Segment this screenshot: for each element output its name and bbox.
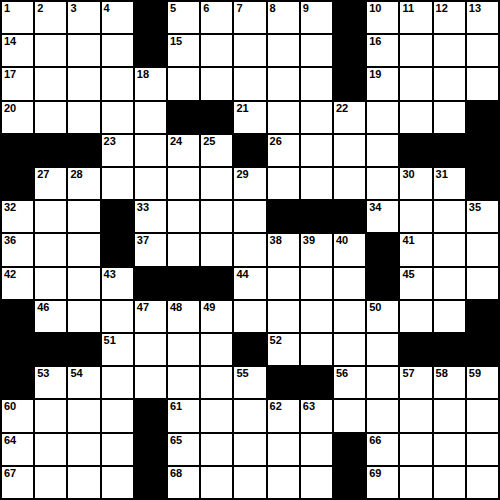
block-cell-r8c12 [367, 234, 398, 265]
grid-cell-r7c14[interactable] [434, 201, 465, 232]
grid-cell-r3c8[interactable] [234, 68, 265, 99]
grid-cell-r13c2[interactable] [35, 400, 66, 431]
block-cell-r11c15 [467, 334, 498, 365]
grid-cell-r9c10[interactable] [301, 268, 332, 299]
grid-cell-r2c1[interactable]: 14 [2, 35, 33, 66]
grid-cell-r3c6[interactable] [168, 68, 199, 99]
grid-cell-r4c2[interactable] [35, 102, 66, 133]
grid-cell-r1c6[interactable]: 5 [168, 2, 199, 33]
clue-number-62: 62 [270, 401, 282, 412]
grid-cell-r12c12[interactable] [367, 367, 398, 398]
grid-cell-r4c10[interactable] [301, 102, 332, 133]
grid-cell-r13c11[interactable] [334, 400, 365, 431]
grid-cell-r3c14[interactable] [434, 68, 465, 99]
block-cell-r6c15 [467, 168, 498, 199]
grid-cell-r7c1[interactable]: 32 [2, 201, 33, 232]
clue-number-7: 7 [236, 3, 242, 14]
grid-cell-r10c2[interactable]: 46 [35, 301, 66, 332]
grid-cell-r2c6[interactable]: 15 [168, 35, 199, 66]
clue-number-22: 22 [336, 103, 348, 114]
grid-cell-r10c11[interactable] [334, 301, 365, 332]
grid-cell-r10c9[interactable] [268, 301, 299, 332]
block-cell-r4c6 [168, 102, 199, 133]
clue-number-34: 34 [369, 202, 381, 213]
block-cell-r5c14 [434, 135, 465, 166]
clue-number-49: 49 [203, 302, 215, 313]
grid-cell-r8c6[interactable] [168, 234, 199, 265]
grid-cell-r11c10[interactable] [301, 334, 332, 365]
grid-cell-r6c13[interactable]: 30 [400, 168, 431, 199]
grid-cell-r8c1[interactable]: 36 [2, 234, 33, 265]
grid-cell-r13c7[interactable] [201, 400, 232, 431]
grid-cell-r5c11[interactable] [334, 135, 365, 166]
grid-cell-r2c7[interactable] [201, 35, 232, 66]
grid-cell-r14c8[interactable] [234, 434, 265, 465]
clue-number-68: 68 [170, 468, 182, 479]
grid-cell-r9c8[interactable]: 44 [234, 268, 265, 299]
clue-number-53: 53 [37, 368, 49, 379]
grid-cell-r8c9[interactable]: 38 [268, 234, 299, 265]
block-cell-r15c11 [334, 467, 365, 498]
grid-cell-r12c4[interactable] [102, 367, 133, 398]
grid-cell-r1c9[interactable]: 8 [268, 2, 299, 33]
block-cell-r7c11 [334, 201, 365, 232]
block-cell-r9c5 [135, 268, 166, 299]
clue-number-5: 5 [170, 3, 176, 14]
grid-cell-r3c4[interactable] [102, 68, 133, 99]
grid-cell-r13c8[interactable] [234, 400, 265, 431]
crossword-board: 1234567891011121314151617181920212223242… [0, 0, 500, 500]
grid-cell-r3c13[interactable] [400, 68, 431, 99]
clue-number-4: 4 [104, 3, 110, 14]
clue-number-61: 61 [170, 401, 182, 412]
grid-cell-r4c9[interactable] [268, 102, 299, 133]
block-cell-r2c11 [334, 35, 365, 66]
grid-cell-r4c8[interactable]: 21 [234, 102, 265, 133]
block-cell-r4c7 [201, 102, 232, 133]
grid-cell-r2c15[interactable] [467, 35, 498, 66]
grid-cell-r9c2[interactable] [35, 268, 66, 299]
grid-cell-r14c6[interactable]: 65 [168, 434, 199, 465]
block-cell-r4c15 [467, 102, 498, 133]
grid-cell-r12c5[interactable] [135, 367, 166, 398]
grid-cell-r10c5[interactable]: 47 [135, 301, 166, 332]
clue-number-10: 10 [369, 3, 381, 14]
clue-number-25: 25 [203, 136, 215, 147]
clue-number-69: 69 [369, 468, 381, 479]
clue-number-43: 43 [104, 269, 116, 280]
grid-cell-r2c12[interactable]: 16 [367, 35, 398, 66]
grid-cell-r3c3[interactable] [68, 68, 99, 99]
grid-cell-r15c2[interactable] [35, 467, 66, 498]
grid-cell-r6c10[interactable] [301, 168, 332, 199]
grid-cell-r12c7[interactable] [201, 367, 232, 398]
grid-cell-r3c5[interactable]: 18 [135, 68, 166, 99]
grid-cell-r13c9[interactable]: 62 [268, 400, 299, 431]
grid-cell-r15c9[interactable] [268, 467, 299, 498]
grid-cell-r13c12[interactable] [367, 400, 398, 431]
clue-number-14: 14 [4, 36, 16, 47]
grid-cell-r6c3[interactable]: 28 [68, 168, 99, 199]
clue-number-39: 39 [303, 235, 315, 246]
clue-number-44: 44 [236, 269, 248, 280]
grid-cell-r9c13[interactable]: 45 [400, 268, 431, 299]
block-cell-r5c15 [467, 135, 498, 166]
grid-cell-r6c11[interactable] [334, 168, 365, 199]
grid-cell-r4c11[interactable]: 22 [334, 102, 365, 133]
grid-cell-r12c13[interactable]: 57 [400, 367, 431, 398]
grid-cell-r5c10[interactable] [301, 135, 332, 166]
clue-number-51: 51 [104, 335, 116, 346]
block-cell-r1c5 [135, 2, 166, 33]
clue-number-1: 1 [4, 3, 10, 14]
block-cell-r10c15 [467, 301, 498, 332]
grid-cell-r5c9[interactable]: 26 [268, 135, 299, 166]
grid-cell-r8c10[interactable]: 39 [301, 234, 332, 265]
grid-cell-r2c8[interactable] [234, 35, 265, 66]
block-cell-r15c5 [135, 467, 166, 498]
block-cell-r3c11 [334, 68, 365, 99]
grid-cell-r4c3[interactable] [68, 102, 99, 133]
grid-cell-r10c13[interactable] [400, 301, 431, 332]
grid-cell-r10c7[interactable]: 49 [201, 301, 232, 332]
grid-cell-r8c14[interactable] [434, 234, 465, 265]
block-cell-r10c1 [2, 301, 33, 332]
clue-number-23: 23 [104, 136, 116, 147]
grid-cell-r13c3[interactable] [68, 400, 99, 431]
grid-cell-r3c2[interactable] [35, 68, 66, 99]
grid-cell-r3c12[interactable]: 19 [367, 68, 398, 99]
block-cell-r2c5 [135, 35, 166, 66]
grid-cell-r9c4[interactable]: 43 [102, 268, 133, 299]
crossword-page: 1234567891011121314151617181920212223242… [0, 0, 500, 500]
grid-cell-r13c14[interactable] [434, 400, 465, 431]
grid-cell-r6c14[interactable]: 31 [434, 168, 465, 199]
grid-cell-r1c3[interactable]: 3 [68, 2, 99, 33]
grid-cell-r10c4[interactable] [102, 301, 133, 332]
grid-cell-r4c5[interactable] [135, 102, 166, 133]
grid-cell-r7c3[interactable] [68, 201, 99, 232]
clue-number-54: 54 [70, 368, 82, 379]
grid-cell-r12c2[interactable]: 53 [35, 367, 66, 398]
clue-number-36: 36 [4, 235, 16, 246]
grid-cell-r14c15[interactable] [467, 434, 498, 465]
grid-cell-r13c15[interactable] [467, 400, 498, 431]
block-cell-r5c1 [2, 135, 33, 166]
grid-cell-r1c7[interactable]: 6 [201, 2, 232, 33]
grid-cell-r12c3[interactable]: 54 [68, 367, 99, 398]
grid-cell-r10c8[interactable] [234, 301, 265, 332]
grid-cell-r1c13[interactable]: 11 [400, 2, 431, 33]
clue-number-12: 12 [436, 3, 448, 14]
clue-number-16: 16 [369, 36, 381, 47]
block-cell-r7c4 [102, 201, 133, 232]
grid-cell-r7c13[interactable] [400, 201, 431, 232]
clue-number-8: 8 [270, 3, 276, 14]
block-cell-r6c1 [2, 168, 33, 199]
grid-cell-r15c14[interactable] [434, 467, 465, 498]
grid-cell-r14c7[interactable] [201, 434, 232, 465]
grid-cell-r2c13[interactable] [400, 35, 431, 66]
grid-cell-r1c1[interactable]: 1 [2, 2, 33, 33]
grid-cell-r14c9[interactable] [268, 434, 299, 465]
clue-number-58: 58 [436, 368, 448, 379]
clue-number-35: 35 [469, 202, 481, 213]
block-cell-r7c10 [301, 201, 332, 232]
grid-cell-r2c14[interactable] [434, 35, 465, 66]
clue-number-13: 13 [469, 3, 481, 14]
grid-cell-r5c4[interactable]: 23 [102, 135, 133, 166]
grid-cell-r15c3[interactable] [68, 467, 99, 498]
grid-cell-r14c1[interactable]: 64 [2, 434, 33, 465]
block-cell-r5c13 [400, 135, 431, 166]
clue-number-60: 60 [4, 401, 16, 412]
block-cell-r14c11 [334, 434, 365, 465]
grid-cell-r8c8[interactable] [234, 234, 265, 265]
grid-cell-r14c2[interactable] [35, 434, 66, 465]
grid-cell-r3c15[interactable] [467, 68, 498, 99]
grid-cell-r9c1[interactable]: 42 [2, 268, 33, 299]
grid-cell-r7c6[interactable] [168, 201, 199, 232]
grid-cell-r2c3[interactable] [68, 35, 99, 66]
grid-cell-r8c7[interactable] [201, 234, 232, 265]
grid-cell-r9c15[interactable] [467, 268, 498, 299]
clue-number-19: 19 [369, 69, 381, 80]
clue-number-65: 65 [170, 435, 182, 446]
grid-cell-r10c12[interactable]: 50 [367, 301, 398, 332]
grid-cell-r7c2[interactable] [35, 201, 66, 232]
grid-cell-r8c11[interactable]: 40 [334, 234, 365, 265]
clue-number-30: 30 [402, 169, 414, 180]
grid-cell-r12c8[interactable]: 55 [234, 367, 265, 398]
grid-cell-r13c6[interactable]: 61 [168, 400, 199, 431]
clue-number-33: 33 [137, 202, 149, 213]
clue-number-52: 52 [270, 335, 282, 346]
grid-cell-r11c9[interactable]: 52 [268, 334, 299, 365]
grid-cell-r3c1[interactable]: 17 [2, 68, 33, 99]
clue-number-46: 46 [37, 302, 49, 313]
grid-cell-r15c1[interactable]: 67 [2, 467, 33, 498]
block-cell-r11c14 [434, 334, 465, 365]
grid-cell-r2c4[interactable] [102, 35, 133, 66]
grid-cell-r15c7[interactable] [201, 467, 232, 498]
grid-cell-r4c4[interactable] [102, 102, 133, 133]
clue-number-28: 28 [70, 169, 82, 180]
grid-cell-r12c14[interactable]: 58 [434, 367, 465, 398]
block-cell-r5c3 [68, 135, 99, 166]
grid-cell-r9c3[interactable] [68, 268, 99, 299]
grid-cell-r12c6[interactable] [168, 367, 199, 398]
clue-number-3: 3 [70, 3, 76, 14]
grid-cell-r11c5[interactable] [135, 334, 166, 365]
grid-cell-r7c15[interactable]: 35 [467, 201, 498, 232]
grid-cell-r10c6[interactable]: 48 [168, 301, 199, 332]
block-cell-r11c13 [400, 334, 431, 365]
clue-number-26: 26 [270, 136, 282, 147]
clue-number-57: 57 [402, 368, 414, 379]
grid-cell-r7c8[interactable] [234, 201, 265, 232]
clue-number-32: 32 [4, 202, 16, 213]
grid-cell-r4c1[interactable]: 20 [2, 102, 33, 133]
clue-number-9: 9 [303, 3, 309, 14]
clue-number-66: 66 [369, 435, 381, 446]
clue-number-29: 29 [236, 169, 248, 180]
grid-cell-r1c2[interactable]: 2 [35, 2, 66, 33]
block-cell-r13c5 [135, 400, 166, 431]
grid-cell-r15c12[interactable]: 69 [367, 467, 398, 498]
grid-cell-r2c2[interactable] [35, 35, 66, 66]
grid-cell-r13c13[interactable] [400, 400, 431, 431]
grid-cell-r9c14[interactable] [434, 268, 465, 299]
block-cell-r11c2 [35, 334, 66, 365]
grid-cell-r3c7[interactable] [201, 68, 232, 99]
grid-cell-r11c11[interactable] [334, 334, 365, 365]
clue-number-64: 64 [4, 435, 16, 446]
clue-number-2: 2 [37, 3, 43, 14]
clue-number-31: 31 [436, 169, 448, 180]
grid-cell-r8c3[interactable] [68, 234, 99, 265]
clue-number-21: 21 [236, 103, 248, 114]
grid-cell-r15c15[interactable] [467, 467, 498, 498]
block-cell-r9c7 [201, 268, 232, 299]
block-cell-r9c6 [168, 268, 199, 299]
grid-cell-r14c12[interactable]: 66 [367, 434, 398, 465]
grid-cell-r1c14[interactable]: 12 [434, 2, 465, 33]
clue-number-59: 59 [469, 368, 481, 379]
grid-cell-r6c7[interactable] [201, 168, 232, 199]
block-cell-r7c9 [268, 201, 299, 232]
grid-cell-r7c5[interactable]: 33 [135, 201, 166, 232]
grid-cell-r11c4[interactable]: 51 [102, 334, 133, 365]
block-cell-r11c3 [68, 334, 99, 365]
grid-cell-r11c6[interactable] [168, 334, 199, 365]
grid-cell-r8c2[interactable] [35, 234, 66, 265]
clue-number-55: 55 [236, 368, 248, 379]
grid-cell-r5c5[interactable] [135, 135, 166, 166]
grid-cell-r10c10[interactable] [301, 301, 332, 332]
grid-cell-r11c7[interactable] [201, 334, 232, 365]
grid-cell-r8c5[interactable]: 37 [135, 234, 166, 265]
grid-cell-r1c12[interactable]: 10 [367, 2, 398, 33]
grid-cell-r5c7[interactable]: 25 [201, 135, 232, 166]
block-cell-r12c10 [301, 367, 332, 398]
block-cell-r11c8 [234, 334, 265, 365]
grid-cell-r11c12[interactable] [367, 334, 398, 365]
grid-cell-r6c5[interactable] [135, 168, 166, 199]
grid-cell-r1c15[interactable]: 13 [467, 2, 498, 33]
block-cell-r9c12 [367, 268, 398, 299]
grid-cell-r2c10[interactable] [301, 35, 332, 66]
block-cell-r8c4 [102, 234, 133, 265]
grid-cell-r6c6[interactable] [168, 168, 199, 199]
grid-cell-r15c10[interactable] [301, 467, 332, 498]
grid-cell-r4c12[interactable] [367, 102, 398, 133]
clue-number-24: 24 [170, 136, 182, 147]
clue-number-48: 48 [170, 302, 182, 313]
block-cell-r12c1 [2, 367, 33, 398]
block-cell-r14c5 [135, 434, 166, 465]
grid-cell-r1c10[interactable]: 9 [301, 2, 332, 33]
grid-cell-r9c11[interactable] [334, 268, 365, 299]
clue-number-18: 18 [137, 69, 149, 80]
grid-cell-r14c13[interactable] [400, 434, 431, 465]
clue-number-50: 50 [369, 302, 381, 313]
grid-cell-r8c15[interactable] [467, 234, 498, 265]
grid-cell-r8c13[interactable]: 41 [400, 234, 431, 265]
clue-number-20: 20 [4, 103, 16, 114]
block-cell-r12c9 [268, 367, 299, 398]
clue-number-47: 47 [137, 302, 149, 313]
grid-cell-r6c8[interactable]: 29 [234, 168, 265, 199]
block-cell-r5c8 [234, 135, 265, 166]
grid-cell-r6c9[interactable] [268, 168, 299, 199]
grid-cell-r3c10[interactable] [301, 68, 332, 99]
grid-cell-r6c2[interactable]: 27 [35, 168, 66, 199]
clue-number-15: 15 [170, 36, 182, 47]
grid-cell-r7c12[interactable]: 34 [367, 201, 398, 232]
grid-cell-r15c4[interactable] [102, 467, 133, 498]
clue-number-6: 6 [203, 3, 209, 14]
clue-number-27: 27 [37, 169, 49, 180]
grid-cell-r2c9[interactable] [268, 35, 299, 66]
grid-cell-r4c14[interactable] [434, 102, 465, 133]
grid-cell-r10c3[interactable] [68, 301, 99, 332]
grid-cell-r15c6[interactable]: 68 [168, 467, 199, 498]
grid-cell-r14c4[interactable] [102, 434, 133, 465]
grid-cell-r3c9[interactable] [268, 68, 299, 99]
grid-cell-r7c7[interactable] [201, 201, 232, 232]
block-cell-r1c11 [334, 2, 365, 33]
grid-cell-r13c1[interactable]: 60 [2, 400, 33, 431]
grid-cell-r1c4[interactable]: 4 [102, 2, 133, 33]
grid-cell-r6c4[interactable] [102, 168, 133, 199]
clue-number-45: 45 [402, 269, 414, 280]
clue-number-37: 37 [137, 235, 149, 246]
grid-cell-r12c11[interactable]: 56 [334, 367, 365, 398]
clue-number-11: 11 [402, 3, 414, 14]
grid-cell-r15c8[interactable] [234, 467, 265, 498]
grid-cell-r6c12[interactable] [367, 168, 398, 199]
grid-cell-r15c13[interactable] [400, 467, 431, 498]
block-cell-r5c2 [35, 135, 66, 166]
grid-cell-r5c6[interactable]: 24 [168, 135, 199, 166]
grid-cell-r14c3[interactable] [68, 434, 99, 465]
clue-number-42: 42 [4, 269, 16, 280]
grid-cell-r4c13[interactable] [400, 102, 431, 133]
clue-number-40: 40 [336, 235, 348, 246]
grid-cell-r13c4[interactable] [102, 400, 133, 431]
grid-cell-r5c12[interactable] [367, 135, 398, 166]
block-cell-r11c1 [2, 334, 33, 365]
clue-number-17: 17 [4, 69, 16, 80]
clue-number-67: 67 [4, 468, 16, 479]
grid-cell-r14c14[interactable] [434, 434, 465, 465]
clue-number-63: 63 [303, 401, 315, 412]
grid-cell-r13c10[interactable]: 63 [301, 400, 332, 431]
grid-cell-r1c8[interactable]: 7 [234, 2, 265, 33]
clue-number-56: 56 [336, 368, 348, 379]
grid-cell-r12c15[interactable]: 59 [467, 367, 498, 398]
grid-cell-r14c10[interactable] [301, 434, 332, 465]
clue-number-38: 38 [270, 235, 282, 246]
grid-cell-r10c14[interactable] [434, 301, 465, 332]
clue-number-41: 41 [402, 235, 414, 246]
grid-cell-r9c9[interactable] [268, 268, 299, 299]
